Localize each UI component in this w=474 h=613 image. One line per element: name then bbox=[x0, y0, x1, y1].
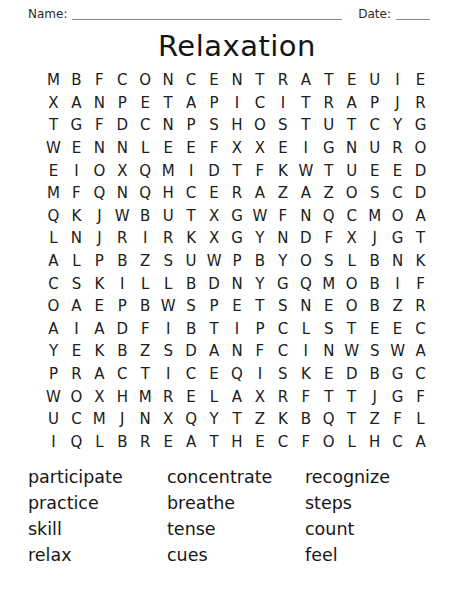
grid-cell: A bbox=[65, 92, 88, 115]
grid-cell: B bbox=[111, 340, 134, 363]
grid-cell: W bbox=[386, 340, 409, 363]
grid-cell: R bbox=[226, 182, 249, 205]
grid-cell: B bbox=[111, 250, 134, 273]
grid-cell: K bbox=[271, 159, 294, 182]
grid-cell: Q bbox=[317, 205, 340, 228]
grid-cell: R bbox=[271, 385, 294, 408]
grid-cell: X bbox=[42, 92, 65, 115]
grid-cell: C bbox=[340, 205, 363, 228]
grid-cell: E bbox=[409, 69, 432, 92]
grid-cell: C bbox=[180, 69, 203, 92]
grid-cell: I bbox=[226, 92, 249, 115]
grid-cell: I bbox=[180, 159, 203, 182]
grid-cell: A bbox=[340, 92, 363, 115]
grid-cell: B bbox=[363, 363, 386, 386]
grid-cell: O bbox=[65, 385, 88, 408]
grid-cell: I bbox=[157, 318, 180, 341]
grid-cell: I bbox=[386, 272, 409, 295]
grid-cell: S bbox=[65, 272, 88, 295]
grid-cell: O bbox=[317, 431, 340, 454]
grid-cell: O bbox=[294, 250, 317, 273]
grid-cell: G bbox=[386, 363, 409, 386]
worksheet-header: Name: Date: bbox=[0, 0, 474, 22]
grid-cell: F bbox=[271, 205, 294, 228]
grid-cell: J bbox=[363, 385, 386, 408]
grid-cell: W bbox=[248, 205, 271, 228]
grid-cell: D bbox=[180, 340, 203, 363]
grid-cell: T bbox=[340, 114, 363, 137]
grid-cell: W bbox=[42, 137, 65, 160]
grid-cell: H bbox=[157, 182, 180, 205]
grid-cell: S bbox=[271, 295, 294, 318]
grid-cell: I bbox=[271, 92, 294, 115]
grid-cell: Q bbox=[226, 363, 249, 386]
grid-cell: P bbox=[203, 295, 226, 318]
grid-cell: E bbox=[340, 69, 363, 92]
grid-cell: R bbox=[409, 92, 432, 115]
grid-cell: T bbox=[203, 431, 226, 454]
grid-cell: H bbox=[226, 431, 249, 454]
grid-cell: P bbox=[363, 92, 386, 115]
grid-cell: N bbox=[157, 114, 180, 137]
grid-cell: B bbox=[134, 205, 157, 228]
grid-cell: P bbox=[111, 92, 134, 115]
grid-cell: C bbox=[65, 408, 88, 431]
grid-cell: Q bbox=[134, 182, 157, 205]
grid-cell: D bbox=[409, 159, 432, 182]
grid-cell: M bbox=[88, 408, 111, 431]
grid-cell: N bbox=[111, 182, 134, 205]
grid-cell: C bbox=[111, 69, 134, 92]
grid-cell: E bbox=[134, 92, 157, 115]
grid-cell: X bbox=[203, 227, 226, 250]
grid-cell: H bbox=[226, 114, 249, 137]
word-bank-column: concentratebreathetensecues bbox=[167, 464, 305, 568]
grid-cell: F bbox=[409, 272, 432, 295]
word-bank-word: tense bbox=[167, 516, 305, 542]
grid-cell: X bbox=[226, 137, 249, 160]
name-label: Name: bbox=[28, 7, 67, 22]
grid-cell: U bbox=[340, 159, 363, 182]
grid-cell: T bbox=[42, 114, 65, 137]
grid-cell: O bbox=[340, 295, 363, 318]
grid-cell: A bbox=[226, 385, 249, 408]
grid-cell: T bbox=[157, 92, 180, 115]
grid-cell: O bbox=[340, 182, 363, 205]
grid-cell: K bbox=[294, 363, 317, 386]
grid-cell: S bbox=[157, 250, 180, 273]
grid-cell: O bbox=[248, 114, 271, 137]
grid-cell: W bbox=[111, 205, 134, 228]
grid-cell: I bbox=[65, 159, 88, 182]
grid-cell: Z bbox=[317, 182, 340, 205]
grid-cell: Q bbox=[134, 159, 157, 182]
grid-cell: F bbox=[203, 137, 226, 160]
grid-cell: N bbox=[386, 250, 409, 273]
grid-cell: M bbox=[363, 205, 386, 228]
grid-cell: A bbox=[203, 340, 226, 363]
grid-cell: L bbox=[294, 318, 317, 341]
grid-cell: D bbox=[203, 272, 226, 295]
grid-cell: A bbox=[409, 340, 432, 363]
grid-cell: C bbox=[409, 318, 432, 341]
grid-cell: W bbox=[203, 250, 226, 273]
grid-cell: A bbox=[248, 182, 271, 205]
grid-cell: X bbox=[248, 137, 271, 160]
grid-cell: T bbox=[294, 92, 317, 115]
grid-cell: R bbox=[157, 385, 180, 408]
word-bank-column: participatepracticeskillrelax bbox=[28, 464, 167, 568]
grid-cell: P bbox=[42, 363, 65, 386]
grid-cell: E bbox=[248, 431, 271, 454]
grid-cell: S bbox=[180, 295, 203, 318]
grid-cell: R bbox=[386, 137, 409, 160]
grid-cell: T bbox=[340, 385, 363, 408]
grid-cell: U bbox=[363, 69, 386, 92]
grid-cell: T bbox=[248, 295, 271, 318]
grid-cell: G bbox=[65, 114, 88, 137]
grid-cell: C bbox=[134, 114, 157, 137]
grid-cell: P bbox=[203, 92, 226, 115]
grid-cell: Z bbox=[363, 408, 386, 431]
word-bank-word: count bbox=[305, 516, 390, 542]
grid-cell: T bbox=[180, 205, 203, 228]
grid-cell: Z bbox=[271, 182, 294, 205]
grid-cell: G bbox=[317, 137, 340, 160]
grid-cell: B bbox=[111, 431, 134, 454]
grid-cell: M bbox=[42, 182, 65, 205]
grid-cell: F bbox=[88, 69, 111, 92]
grid-cell: E bbox=[386, 159, 409, 182]
grid-cell: N bbox=[294, 205, 317, 228]
grid-cell: B bbox=[134, 295, 157, 318]
grid-cell: T bbox=[409, 227, 432, 250]
grid-cell: N bbox=[88, 92, 111, 115]
grid-cell: C bbox=[248, 92, 271, 115]
grid-cell: C bbox=[180, 182, 203, 205]
grid-cell: A bbox=[42, 318, 65, 341]
grid-cell: T bbox=[317, 69, 340, 92]
grid-cell: W bbox=[157, 295, 180, 318]
grid-cell: Y bbox=[248, 272, 271, 295]
grid-cell: S bbox=[157, 340, 180, 363]
grid-cell: C bbox=[386, 182, 409, 205]
grid-cell: Q bbox=[294, 272, 317, 295]
grid-cell: Y bbox=[271, 250, 294, 273]
grid-cell: L bbox=[65, 250, 88, 273]
grid-cell: X bbox=[88, 385, 111, 408]
grid-cell: E bbox=[363, 318, 386, 341]
grid-cell: E bbox=[42, 159, 65, 182]
grid-cell: F bbox=[88, 114, 111, 137]
grid-cell: T bbox=[317, 385, 340, 408]
date-write-line bbox=[396, 6, 430, 20]
grid-cell: A bbox=[88, 318, 111, 341]
grid-cell: C bbox=[271, 431, 294, 454]
grid-cell: U bbox=[180, 250, 203, 273]
grid-cell: J bbox=[111, 408, 134, 431]
grid-cell: S bbox=[317, 250, 340, 273]
grid-cell: Q bbox=[88, 182, 111, 205]
grid-cell: A bbox=[180, 92, 203, 115]
grid-cell: K bbox=[180, 227, 203, 250]
grid-cell: O bbox=[88, 159, 111, 182]
grid-cell: E bbox=[88, 295, 111, 318]
grid-cell: Z bbox=[386, 295, 409, 318]
grid-cell: X bbox=[248, 385, 271, 408]
grid-cell: Z bbox=[134, 250, 157, 273]
grid-cell: M bbox=[134, 385, 157, 408]
word-bank: participatepracticeskillrelaxconcentrate… bbox=[28, 464, 474, 568]
grid-cell: O bbox=[386, 205, 409, 228]
grid-cell: N bbox=[157, 69, 180, 92]
grid-cell: E bbox=[180, 385, 203, 408]
grid-cell: R bbox=[317, 92, 340, 115]
grid-cell: F bbox=[248, 159, 271, 182]
grid-cell: E bbox=[203, 363, 226, 386]
grid-cell: X bbox=[157, 408, 180, 431]
grid-cell: M bbox=[42, 69, 65, 92]
word-bank-word: cues bbox=[167, 542, 305, 568]
grid-cell: B bbox=[363, 250, 386, 273]
grid-cell: K bbox=[409, 250, 432, 273]
grid-cell: F bbox=[294, 431, 317, 454]
grid-cell: S bbox=[271, 114, 294, 137]
grid-cell: B bbox=[363, 272, 386, 295]
word-bank-word: feel bbox=[305, 542, 390, 568]
grid-cell: W bbox=[340, 340, 363, 363]
grid-cell: H bbox=[363, 431, 386, 454]
grid-cell: A bbox=[294, 69, 317, 92]
grid-cell: E bbox=[317, 295, 340, 318]
grid-cell: S bbox=[363, 182, 386, 205]
grid-cell: N bbox=[340, 137, 363, 160]
grid-cell: P bbox=[180, 114, 203, 137]
grid-cell: C bbox=[180, 363, 203, 386]
grid-cell: I bbox=[42, 431, 65, 454]
grid-cell: D bbox=[340, 363, 363, 386]
word-bank-word: participate bbox=[28, 464, 167, 490]
grid-cell: K bbox=[88, 272, 111, 295]
word-bank-column: recognizestepscountfeel bbox=[305, 464, 390, 568]
grid-cell: Y bbox=[248, 227, 271, 250]
grid-cell: T bbox=[226, 408, 249, 431]
grid-cell: T bbox=[294, 114, 317, 137]
grid-cell: E bbox=[203, 182, 226, 205]
grid-cell: K bbox=[88, 340, 111, 363]
grid-cell: C bbox=[363, 114, 386, 137]
grid-cell: S bbox=[317, 318, 340, 341]
grid-cell: J bbox=[386, 92, 409, 115]
grid-cell: U bbox=[42, 408, 65, 431]
grid-cell: G bbox=[271, 272, 294, 295]
word-bank-word: skill bbox=[28, 516, 167, 542]
grid-cell: Z bbox=[134, 340, 157, 363]
grid-cell: E bbox=[65, 137, 88, 160]
grid-cell: C bbox=[386, 431, 409, 454]
grid-cell: B bbox=[248, 250, 271, 273]
grid-cell: U bbox=[317, 114, 340, 137]
grid-cell: L bbox=[340, 431, 363, 454]
grid-cell: B bbox=[180, 272, 203, 295]
puzzle-title: Relaxation bbox=[0, 29, 474, 63]
grid-cell: T bbox=[226, 159, 249, 182]
grid-cell: G bbox=[226, 227, 249, 250]
grid-cell: F bbox=[409, 385, 432, 408]
grid-cell: C bbox=[42, 272, 65, 295]
grid-cell: P bbox=[88, 250, 111, 273]
grid-cell: Y bbox=[203, 408, 226, 431]
grid-cell: S bbox=[203, 114, 226, 137]
grid-cell: T bbox=[248, 69, 271, 92]
grid-cell: R bbox=[157, 227, 180, 250]
grid-cell: F bbox=[386, 408, 409, 431]
grid-cell: R bbox=[409, 295, 432, 318]
grid-cell: N bbox=[226, 69, 249, 92]
grid-cell: N bbox=[65, 227, 88, 250]
grid-cell: X bbox=[111, 159, 134, 182]
word-bank-word: concentrate bbox=[167, 464, 305, 490]
grid-cell: F bbox=[294, 385, 317, 408]
grid-cell: I bbox=[294, 137, 317, 160]
grid-cell: X bbox=[340, 227, 363, 250]
grid-cell: T bbox=[317, 159, 340, 182]
word-bank-word: relax bbox=[28, 542, 167, 568]
grid-cell: U bbox=[157, 205, 180, 228]
grid-cell: L bbox=[134, 137, 157, 160]
grid-cell: L bbox=[203, 385, 226, 408]
grid-cell: N bbox=[226, 340, 249, 363]
grid-cell: Q bbox=[42, 205, 65, 228]
grid-cell: W bbox=[42, 385, 65, 408]
grid-cell: C bbox=[271, 340, 294, 363]
grid-cell: R bbox=[134, 431, 157, 454]
word-bank-word: breathe bbox=[167, 490, 305, 516]
grid-cell: J bbox=[363, 227, 386, 250]
name-write-line bbox=[72, 6, 342, 20]
grid-cell: N bbox=[226, 272, 249, 295]
grid-cell: P bbox=[248, 318, 271, 341]
date-label: Date: bbox=[358, 7, 391, 22]
grid-cell: S bbox=[271, 363, 294, 386]
grid-cell: Y bbox=[386, 114, 409, 137]
grid-cell: G bbox=[386, 227, 409, 250]
grid-cell: D bbox=[294, 227, 317, 250]
grid-cell: E bbox=[386, 318, 409, 341]
word-bank-word: recognize bbox=[305, 464, 390, 490]
grid-cell: J bbox=[88, 227, 111, 250]
grid-cell: E bbox=[157, 137, 180, 160]
grid-cell: D bbox=[111, 114, 134, 137]
grid-cell: D bbox=[409, 182, 432, 205]
grid-cell: Z bbox=[248, 408, 271, 431]
grid-cell: I bbox=[157, 363, 180, 386]
grid-cell: B bbox=[180, 318, 203, 341]
grid-cell: A bbox=[88, 363, 111, 386]
grid-cell: T bbox=[134, 363, 157, 386]
grid-cell: G bbox=[386, 385, 409, 408]
grid-cell: E bbox=[226, 295, 249, 318]
word-search-grid: MBFCONCENTRATEUIEXANPETAPICITRAPJRTGFDCN… bbox=[42, 69, 432, 453]
grid-cell: I bbox=[386, 69, 409, 92]
grid-cell: D bbox=[203, 159, 226, 182]
grid-cell: N bbox=[294, 295, 317, 318]
grid-cell: B bbox=[65, 69, 88, 92]
grid-cell: G bbox=[226, 205, 249, 228]
grid-cell: L bbox=[88, 431, 111, 454]
word-bank-word: practice bbox=[28, 490, 167, 516]
grid-cell: Y bbox=[42, 340, 65, 363]
grid-cell: L bbox=[42, 227, 65, 250]
grid-cell: E bbox=[203, 69, 226, 92]
grid-cell: I bbox=[134, 227, 157, 250]
grid-cell: L bbox=[157, 272, 180, 295]
grid-cell: E bbox=[65, 340, 88, 363]
grid-cell: Q bbox=[180, 408, 203, 431]
grid-cell: L bbox=[340, 250, 363, 273]
grid-cell: B bbox=[363, 295, 386, 318]
grid-cell: N bbox=[88, 137, 111, 160]
grid-cell: S bbox=[363, 340, 386, 363]
grid-cell: A bbox=[180, 431, 203, 454]
grid-cell: C bbox=[111, 363, 134, 386]
grid-cell: A bbox=[294, 182, 317, 205]
grid-cell: R bbox=[65, 363, 88, 386]
grid-cell: C bbox=[271, 318, 294, 341]
grid-cell: N bbox=[271, 227, 294, 250]
grid-cell: N bbox=[134, 408, 157, 431]
grid-cell: E bbox=[157, 431, 180, 454]
grid-cell: K bbox=[271, 408, 294, 431]
grid-cell: E bbox=[363, 159, 386, 182]
grid-cell: R bbox=[271, 69, 294, 92]
grid-cell: O bbox=[409, 137, 432, 160]
grid-cell: F bbox=[248, 340, 271, 363]
grid-cell: I bbox=[111, 272, 134, 295]
grid-cell: J bbox=[88, 205, 111, 228]
grid-cell: G bbox=[409, 114, 432, 137]
grid-cell: O bbox=[134, 69, 157, 92]
grid-cell: N bbox=[111, 137, 134, 160]
grid-cell: C bbox=[409, 363, 432, 386]
grid-cell: X bbox=[203, 205, 226, 228]
grid-cell: E bbox=[271, 137, 294, 160]
grid-cell: T bbox=[340, 318, 363, 341]
grid-cell: I bbox=[248, 363, 271, 386]
grid-cell: L bbox=[409, 408, 432, 431]
grid-cell: K bbox=[65, 205, 88, 228]
grid-cell: O bbox=[42, 295, 65, 318]
grid-cell: P bbox=[226, 250, 249, 273]
word-bank-word: steps bbox=[305, 490, 390, 516]
grid-cell: R bbox=[111, 227, 134, 250]
grid-cell: F bbox=[317, 227, 340, 250]
grid-cell: U bbox=[363, 137, 386, 160]
grid-cell: A bbox=[65, 295, 88, 318]
grid-cell: F bbox=[134, 318, 157, 341]
grid-cell: A bbox=[42, 250, 65, 273]
grid-cell: L bbox=[134, 272, 157, 295]
grid-cell: D bbox=[111, 318, 134, 341]
grid-cell: B bbox=[294, 408, 317, 431]
grid-cell: A bbox=[409, 205, 432, 228]
grid-cell: Q bbox=[317, 408, 340, 431]
grid-cell: M bbox=[157, 159, 180, 182]
grid-cell: F bbox=[65, 182, 88, 205]
grid-cell: I bbox=[65, 318, 88, 341]
grid-cell: I bbox=[294, 340, 317, 363]
grid-cell: W bbox=[294, 159, 317, 182]
